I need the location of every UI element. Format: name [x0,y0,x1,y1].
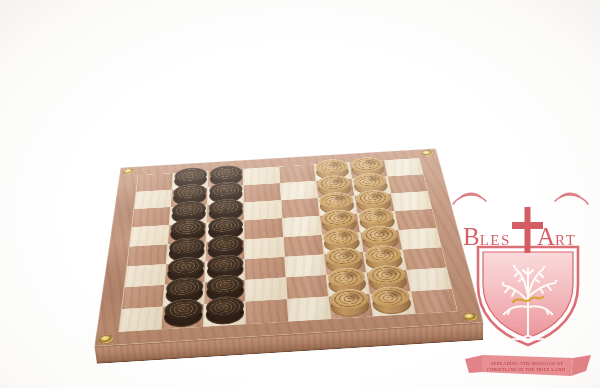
piece-side [323,233,361,253]
square-e6[interactable] [281,198,319,218]
piece-side [325,253,364,274]
brass-corner-medallion [422,150,434,156]
piece-top: ⛂ [167,256,204,277]
piece-top: ⛂ [164,298,203,321]
piece-top: ⛂ [174,167,207,184]
square-e3[interactable] [285,254,326,277]
draughts-man-glyph: ⛀ [319,191,355,209]
piece-edge [324,236,359,244]
square-h5[interactable] [395,209,436,229]
draughts-man-glyph: ⛂ [207,234,243,254]
dark-piece[interactable]: ⛂ [168,243,205,263]
draughts-man-glyph: ⛂ [174,167,207,184]
piece-top: ⛂ [209,198,243,216]
draughts-man-glyph: ⛀ [361,225,399,245]
dark-piece[interactable]: ⛂ [165,283,203,305]
ribbon-text-line1: SPREADING THE MESSAGE OF [491,361,564,366]
square-g3[interactable]: ⛀ [363,250,406,272]
draughts-man-glyph: ⛀ [317,174,352,191]
draughts-man-glyph: ⛂ [164,298,203,321]
light-piece[interactable]: ⛀ [325,253,364,274]
square-h2[interactable] [407,268,452,291]
square-d6[interactable] [244,200,281,220]
square-c3[interactable]: ⛂ [205,259,244,282]
square-d5[interactable] [245,218,283,239]
piece-side [166,262,203,283]
square-e5[interactable] [282,216,321,237]
piece-side [207,240,243,260]
square-a5[interactable] [130,225,169,246]
piece-edge [373,296,411,305]
piece-edge [208,243,242,251]
draughts-man-glyph: ⛂ [206,296,244,319]
piece-side [368,271,409,293]
piece-top: ⛀ [352,172,388,189]
square-f1[interactable]: ⛀ [329,294,373,319]
light-piece[interactable]: ⛀ [365,250,405,271]
piece-side [371,292,413,315]
draughts-man-glyph: ⛂ [210,165,243,182]
square-a4[interactable] [127,244,167,266]
piece-top: ⛀ [319,191,355,209]
square-d8[interactable] [244,167,279,185]
piece-top: ⛀ [370,286,412,309]
square-f2[interactable]: ⛀ [326,273,369,297]
piece-top: ⛀ [323,227,361,247]
square-b4[interactable]: ⛂ [167,242,206,264]
draughts-man-glyph: ⛀ [352,172,388,189]
olive-leaves [502,265,558,316]
brass-corner-medallion [99,335,113,343]
ribbon-banner [465,355,591,376]
piece-edge [369,274,406,283]
brass-corner-medallion [123,169,135,175]
piece-edge [207,284,243,293]
olive-tree-icon [503,268,555,339]
light-piece[interactable]: ⛀ [330,295,371,318]
board-scene: ⛂⛂⛀⛀⛂⛂⛀⛀⛂⛂⛀⛀⛂⛂⛀⛀⛂⛂⛀⛀⛂⛂⛀⛀⛂⛂⛀⛀⛂⛂⛀⛀ [98,52,467,388]
shield-body [483,252,573,338]
draughts-man-glyph: ⛂ [206,274,243,296]
piece-top: ⛀ [358,207,395,226]
square-e7[interactable] [280,181,317,200]
dark-piece[interactable]: ⛂ [163,305,202,328]
piece-edge [331,298,368,307]
piece-top: ⛂ [171,200,206,218]
piece-top: ⛀ [325,247,364,268]
square-c2[interactable]: ⛂ [205,280,245,304]
piece-top: ⛀ [329,288,370,311]
square-d1[interactable] [246,299,288,324]
brand-text-blest: BLES [463,223,511,250]
square-a3[interactable] [125,264,166,287]
square-a1[interactable] [119,307,162,332]
draughts-man-glyph: ⛂ [209,198,243,216]
piece-top: ⛀ [367,264,407,286]
board-grid[interactable]: ⛂⛂⛀⛀⛂⛂⛀⛀⛂⛂⛀⛀⛂⛂⛀⛀⛂⛂⛀⛀⛂⛂⛀⛀⛂⛂⛀⛀⛂⛂⛀⛀ [119,158,457,332]
square-h1[interactable] [411,289,457,314]
dark-piece[interactable]: ⛂ [207,240,243,260]
light-piece[interactable]: ⛀ [368,271,409,293]
square-c4[interactable]: ⛂ [206,240,245,262]
piece-edge [166,286,202,295]
piece-top: ⛂ [206,274,243,296]
piece-top: ⛂ [209,181,242,199]
brand-text-art: ART [537,223,576,250]
light-piece[interactable]: ⛀ [362,231,401,251]
square-e4[interactable] [283,235,323,257]
cross-icon [512,207,543,253]
dark-piece[interactable]: ⛂ [207,260,244,281]
square-f4[interactable]: ⛀ [322,233,363,255]
piece-top: ⛀ [355,189,392,207]
piece-top: ⛀ [361,225,399,245]
piece-top: ⛂ [173,183,207,201]
square-e8[interactable] [279,165,315,183]
piece-top: ⛂ [207,234,243,254]
square-f3[interactable]: ⛀ [324,252,366,274]
piece-edge [207,306,243,315]
gold-swirl-icon [513,297,543,302]
draughts-man-glyph: ⛀ [367,264,407,286]
draughts-man-glyph: ⛂ [168,237,204,257]
piece-top: ⛀ [350,156,385,173]
square-h6[interactable] [391,191,431,211]
draughts-man-glyph: ⛀ [358,207,395,226]
square-b2[interactable]: ⛂ [163,282,204,306]
square-h3[interactable] [403,247,446,269]
draughts-man-glyph: ⛀ [364,244,403,265]
shield-outline [478,247,578,345]
draughts-man-glyph: ⛀ [323,227,361,247]
piece-edge [168,265,203,274]
ribbon-text-line2: CHRISTIANS IN THE HOLY LAND [487,367,566,372]
piece-side [163,305,202,328]
piece-top: ⛂ [207,254,244,275]
piece-top: ⛀ [317,174,352,191]
piece-side [362,231,401,251]
piece-edge [363,234,398,242]
piece-top: ⛂ [170,218,205,237]
draughts-man-glyph: ⛀ [325,247,364,268]
piece-edge [329,276,365,285]
piece-top: ⛀ [327,267,367,289]
dark-piece[interactable]: ⛂ [206,281,244,303]
product-photo: ⛂⛂⛀⛀⛂⛂⛀⛀⛂⛂⛀⛀⛂⛂⛀⛀⛂⛂⛀⛀⛂⛂⛀⛀⛂⛂⛀⛀⛂⛂⛀⛀ BLES AR… [0,0,600,388]
draughts-man-glyph: ⛀ [327,267,367,289]
square-b1[interactable]: ⛂ [162,304,204,329]
piece-side [206,281,244,303]
piece-side [330,295,371,318]
piece-edge [169,246,203,254]
draughts-man-glyph: ⛀ [350,156,385,173]
piece-top: ⛂ [168,237,204,257]
draughts-man-glyph: ⛂ [173,183,207,201]
square-e1[interactable] [287,297,330,322]
draughts-man-glyph: ⛀ [329,288,370,311]
square-g2[interactable]: ⛀ [367,270,411,293]
piece-side [328,273,368,295]
square-a8[interactable] [136,173,172,191]
piece-side [365,250,405,271]
dark-piece[interactable]: ⛂ [205,303,244,326]
square-a2[interactable] [122,285,164,309]
light-piece[interactable]: ⛀ [371,292,413,315]
piece-edge [208,263,243,272]
square-a6[interactable] [132,207,170,227]
piece-side [168,243,205,263]
piece-side [205,303,244,326]
draughts-man-glyph: ⛀ [355,189,392,207]
square-h8[interactable] [385,158,423,176]
draughts-man-glyph: ⛂ [208,216,243,235]
square-c1[interactable]: ⛂ [204,302,245,327]
draughts-man-glyph: ⛂ [170,218,205,237]
light-piece[interactable]: ⛀ [323,233,361,253]
draughts-man-glyph: ⛀ [320,209,357,228]
board-frame: ⛂⛂⛀⛀⛂⛂⛀⛀⛂⛂⛀⛀⛂⛂⛀⛀⛂⛂⛀⛀⛂⛂⛀⛀⛂⛂⛀⛀⛂⛂⛀⛀ [94,149,483,347]
square-d4[interactable] [245,237,284,259]
square-e2[interactable] [286,275,328,299]
draughts-man-glyph: ⛂ [165,277,203,299]
piece-top: ⛀ [320,209,357,228]
light-piece[interactable]: ⛀ [328,273,368,295]
piece-top: ⛂ [165,277,203,299]
square-d7[interactable] [244,183,280,202]
piece-side [207,260,244,281]
piece-edge [326,256,361,264]
draughts-man-glyph: ⛀ [370,286,412,309]
draughts-man-glyph: ⛂ [209,181,242,199]
square-b3[interactable]: ⛂ [165,262,205,285]
draughts-man-glyph: ⛂ [207,254,244,275]
dark-piece[interactable]: ⛂ [166,262,203,283]
square-a7[interactable] [134,190,171,209]
square-d3[interactable] [245,257,285,280]
piece-top: ⛂ [208,216,243,235]
square-h7[interactable] [388,175,427,194]
piece-edge [366,253,402,261]
piece-edge [165,308,202,317]
piece-side [165,283,203,305]
draughts-man-glyph: ⛂ [167,256,204,277]
piece-top: ⛀ [315,158,349,175]
square-g1[interactable]: ⛀ [370,292,415,317]
square-g4[interactable]: ⛀ [360,230,401,251]
square-h4[interactable] [399,228,441,249]
draughts-man-glyph: ⛀ [315,158,349,175]
dove-swash-icon [453,193,588,204]
draughts-man-glyph: ⛂ [171,200,206,218]
piece-top: ⛂ [206,296,244,319]
square-d2[interactable] [246,278,287,302]
brass-corner-medallion [463,313,478,321]
piece-top: ⛀ [364,244,403,265]
piece-top: ⛂ [210,165,243,182]
